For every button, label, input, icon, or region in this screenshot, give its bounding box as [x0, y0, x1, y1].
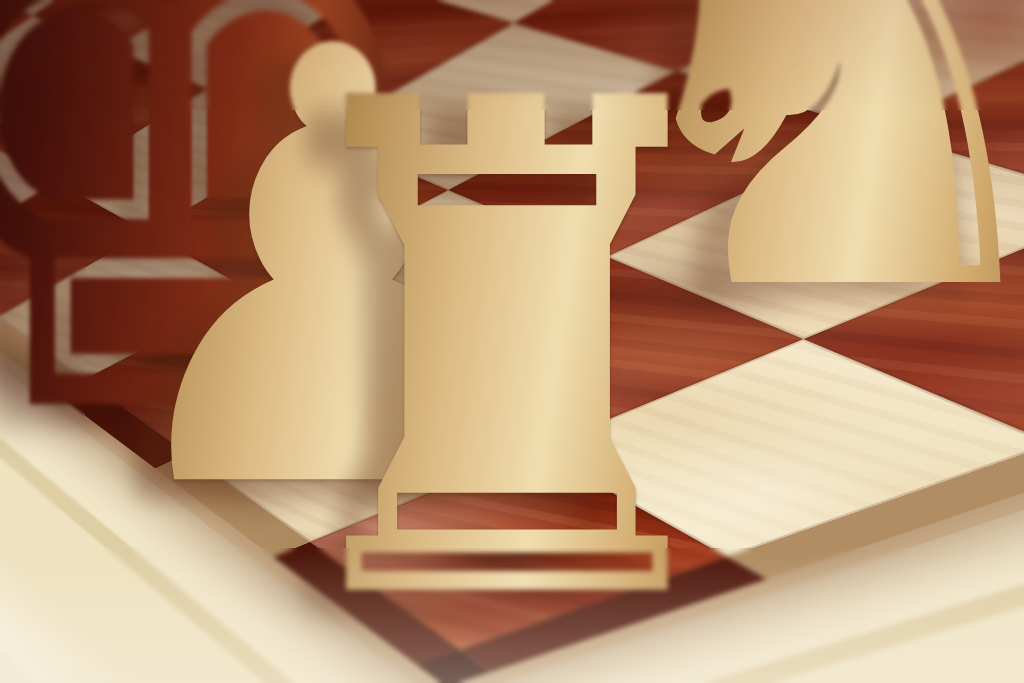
chess-board [0, 0, 1024, 650]
photo-stage: ♚ ♟ ♞ ♜ [0, 0, 1024, 683]
